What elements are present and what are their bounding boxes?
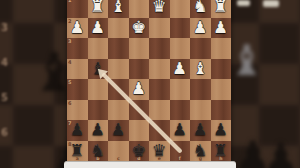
black-king-d8[interactable]: ♚ xyxy=(129,141,150,162)
square-a3[interactable]: 3 xyxy=(67,38,88,59)
white-pawn-a2[interactable]: ♟ xyxy=(67,18,88,39)
square-f7[interactable]: ♟ xyxy=(170,120,191,141)
square-d6[interactable] xyxy=(129,100,150,121)
square-f2[interactable] xyxy=(170,18,191,39)
square-a1[interactable]: 1 xyxy=(67,0,88,18)
square-c8[interactable]: c xyxy=(108,141,129,162)
caption-bar xyxy=(64,161,236,168)
rank-label-1: 1 xyxy=(68,0,71,3)
square-h1[interactable]: ♜ xyxy=(211,0,232,18)
square-c4[interactable] xyxy=(108,59,129,80)
chess-board[interactable]: 1♜♝♛♞♜2♟♟♚♟♟34♝♟♝5♟67♟♟♟♟♟♟8a♜b♞cd♚e♛fg♞… xyxy=(67,0,231,161)
white-bishop-c1[interactable]: ♝ xyxy=(108,0,129,18)
square-a4[interactable]: 4 xyxy=(67,59,88,80)
rank-label-3: 3 xyxy=(68,39,71,44)
square-a6[interactable]: 6 xyxy=(67,100,88,121)
square-d2[interactable]: ♚ xyxy=(129,18,150,39)
square-c3[interactable] xyxy=(108,38,129,59)
square-h8[interactable]: h♜ xyxy=(211,141,232,162)
white-queen-e1[interactable]: ♛ xyxy=(149,0,170,18)
square-f4[interactable]: ♟ xyxy=(170,59,191,80)
square-f8[interactable]: f xyxy=(170,141,191,162)
square-d7[interactable] xyxy=(129,120,150,141)
white-pawn-b2[interactable]: ♟ xyxy=(88,18,109,39)
black-pawn-f7[interactable]: ♟ xyxy=(170,120,191,141)
white-rook-b1[interactable]: ♜ xyxy=(88,0,109,18)
square-c7[interactable]: ♟ xyxy=(108,120,129,141)
square-h4[interactable] xyxy=(211,59,232,80)
square-b8[interactable]: b♞ xyxy=(88,141,109,162)
square-g6[interactable] xyxy=(190,100,211,121)
square-b5[interactable] xyxy=(88,79,109,100)
black-rook-h8[interactable]: ♜ xyxy=(211,141,232,162)
white-king-d2[interactable]: ♚ xyxy=(129,18,150,39)
background-digit: 3 xyxy=(1,22,8,33)
background-pawn-icon: ♟ xyxy=(262,138,300,168)
black-queen-e8[interactable]: ♛ xyxy=(149,141,170,162)
square-e8[interactable]: e♛ xyxy=(149,141,170,162)
white-pawn-g2[interactable]: ♟ xyxy=(190,18,211,39)
white-pawn-f4[interactable]: ♟ xyxy=(170,59,191,80)
square-d5[interactable]: ♟ xyxy=(129,79,150,100)
white-knight-g1[interactable]: ♞ xyxy=(190,0,211,18)
square-c1[interactable]: ♝ xyxy=(108,0,129,18)
square-g3[interactable] xyxy=(190,38,211,59)
rank-label-6: 6 xyxy=(68,101,71,106)
square-f6[interactable] xyxy=(170,100,191,121)
white-pawn-h2[interactable]: ♟ xyxy=(211,18,232,39)
square-b2[interactable]: ♟ xyxy=(88,18,109,39)
square-e3[interactable] xyxy=(149,38,170,59)
square-b6[interactable] xyxy=(88,100,109,121)
white-rook-h1[interactable]: ♜ xyxy=(211,0,232,18)
square-c6[interactable] xyxy=(108,100,129,121)
white-pawn-d5[interactable]: ♟ xyxy=(129,79,150,100)
rank-label-5: 5 xyxy=(68,80,71,85)
black-knight-g8[interactable]: ♞ xyxy=(190,141,211,162)
square-d4[interactable] xyxy=(129,59,150,80)
square-a8[interactable]: 8a♜ xyxy=(67,141,88,162)
square-e4[interactable] xyxy=(149,59,170,80)
black-bishop-b4[interactable]: ♝ xyxy=(88,59,109,80)
square-e5[interactable] xyxy=(149,79,170,100)
square-d8[interactable]: d♚ xyxy=(129,141,150,162)
square-g8[interactable]: g♞ xyxy=(190,141,211,162)
square-b4[interactable]: ♝ xyxy=(88,59,109,80)
white-bishop-g4[interactable]: ♝ xyxy=(190,59,211,80)
background-digit: 4 xyxy=(1,57,8,68)
square-d1[interactable] xyxy=(129,0,150,18)
square-b1[interactable]: ♜ xyxy=(88,0,109,18)
square-h3[interactable] xyxy=(211,38,232,59)
square-g7[interactable]: ♟ xyxy=(190,120,211,141)
square-e7[interactable] xyxy=(149,120,170,141)
square-a5[interactable]: 5 xyxy=(67,79,88,100)
square-h5[interactable] xyxy=(211,79,232,100)
square-g5[interactable] xyxy=(190,79,211,100)
square-f5[interactable] xyxy=(170,79,191,100)
black-knight-b8[interactable]: ♞ xyxy=(88,141,109,162)
square-g4[interactable]: ♝ xyxy=(190,59,211,80)
square-g1[interactable]: ♞ xyxy=(190,0,211,18)
video-frame: ♝ ♝ ♟ ♟ ♟ 3456 1♜♝♛♞♜2♟♟♚♟♟34♝♟♝5♟67♟♟♟♟… xyxy=(0,0,300,168)
square-c2[interactable] xyxy=(108,18,129,39)
square-f1[interactable] xyxy=(170,0,191,18)
black-pawn-g7[interactable]: ♟ xyxy=(190,120,211,141)
square-g2[interactable]: ♟ xyxy=(190,18,211,39)
black-pawn-a7[interactable]: ♟ xyxy=(67,120,88,141)
square-h7[interactable]: ♟ xyxy=(211,120,232,141)
square-c5[interactable] xyxy=(108,79,129,100)
square-a2[interactable]: 2♟ xyxy=(67,18,88,39)
square-h6[interactable] xyxy=(211,100,232,121)
background-digit: 5 xyxy=(1,92,8,103)
background-rook-base xyxy=(263,0,279,7)
square-d3[interactable] xyxy=(129,38,150,59)
square-e2[interactable] xyxy=(149,18,170,39)
square-e1[interactable]: ♛ xyxy=(149,0,170,18)
square-h2[interactable]: ♟ xyxy=(211,18,232,39)
black-pawn-h7[interactable]: ♟ xyxy=(211,120,232,141)
background-bishop-icon: ♝ xyxy=(228,40,266,82)
black-rook-a8[interactable]: ♜ xyxy=(67,141,88,162)
square-a7[interactable]: 7♟ xyxy=(67,120,88,141)
black-pawn-c7[interactable]: ♟ xyxy=(108,120,129,141)
black-pawn-b7[interactable]: ♟ xyxy=(88,120,109,141)
rank-label-4: 4 xyxy=(68,60,71,65)
square-e6[interactable] xyxy=(149,100,170,121)
background-rook-base xyxy=(237,0,250,6)
square-b7[interactable]: ♟ xyxy=(88,120,109,141)
background-digit: 6 xyxy=(1,127,8,138)
square-b3[interactable] xyxy=(88,38,109,59)
square-f3[interactable] xyxy=(170,38,191,59)
